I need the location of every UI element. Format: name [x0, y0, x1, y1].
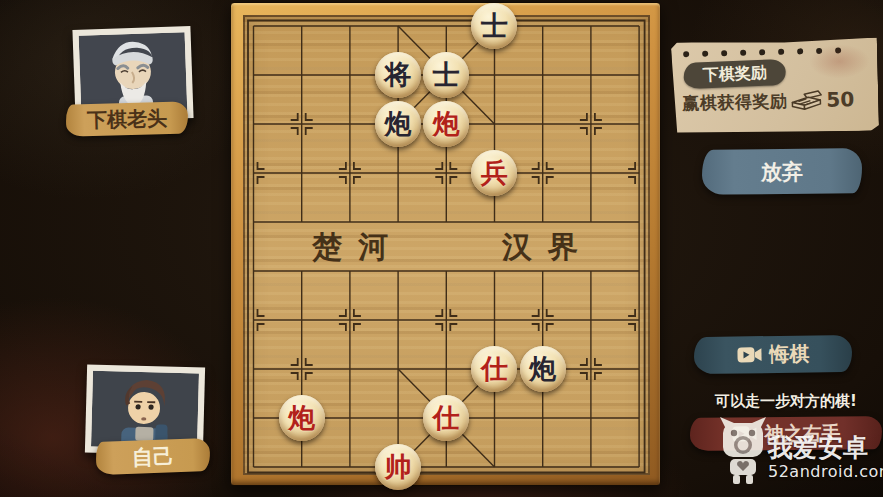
- reward-line: 赢棋获得奖励 50: [682, 86, 854, 116]
- piece-red-炮[interactable]: 炮: [279, 395, 325, 441]
- xiangqi-board[interactable]: 楚河 汉界 士将士炮炮兵仕炮炮仕帅: [243, 15, 650, 475]
- piece-red-炮[interactable]: 炮: [423, 101, 469, 147]
- piece-red-仕[interactable]: 仕: [471, 346, 517, 392]
- video-icon: [731, 425, 756, 442]
- opponent-name: 下棋老头: [87, 104, 168, 133]
- self-name-tag: 自己: [95, 438, 210, 475]
- note-punch-holes: [683, 47, 841, 57]
- piece-red-帅[interactable]: 帅: [375, 444, 421, 490]
- reward-desc: 赢棋获得奖励: [682, 89, 788, 115]
- opponent-name-tag: 下棋老头: [66, 101, 189, 136]
- god-hand-button[interactable]: 神之右手: [690, 416, 882, 451]
- piece-red-仕[interactable]: 仕: [423, 395, 469, 441]
- god-hand-tip: 可以走一步对方的棋!: [688, 392, 883, 411]
- piece-black-士[interactable]: 士: [423, 52, 469, 98]
- reward-note: 下棋奖励 赢棋获得奖励 50: [671, 37, 879, 135]
- xiangqi-board-frame: 楚河 汉界 士将士炮炮兵仕炮炮仕帅: [230, 2, 661, 486]
- undo-label: 悔棋: [769, 340, 809, 368]
- reward-title: 下棋奖励: [702, 62, 767, 86]
- give-up-label: 放弃: [761, 157, 803, 185]
- young-man-avatar: [91, 371, 199, 450]
- undo-button[interactable]: 悔棋: [694, 335, 853, 374]
- banknotes-icon: [790, 87, 824, 114]
- piece-black-将[interactable]: 将: [375, 52, 421, 98]
- piece-layer: 士将士炮炮兵仕炮炮仕帅: [229, 2, 663, 492]
- piece-black-炮[interactable]: 炮: [520, 346, 566, 392]
- piece-red-兵[interactable]: 兵: [471, 150, 517, 196]
- piece-black-炮[interactable]: 炮: [375, 101, 421, 147]
- self-name: 自己: [132, 442, 175, 471]
- reward-title-badge: 下棋奖励: [683, 59, 786, 89]
- give-up-button[interactable]: 放弃: [702, 148, 862, 195]
- piece-black-士[interactable]: 士: [471, 3, 517, 49]
- reward-amount: 50: [826, 87, 854, 112]
- watermark-line2: 52android.com: [768, 463, 883, 481]
- game-screen: 下棋老头 自己 楚河 汉界 士将士炮炮兵仕炮炮仕帅: [0, 0, 883, 497]
- god-hand-label: 神之右手: [764, 420, 840, 447]
- video-icon: [736, 346, 761, 363]
